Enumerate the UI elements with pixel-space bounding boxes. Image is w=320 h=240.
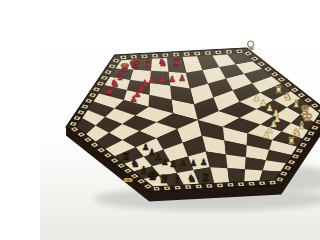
- red-pawn: ♟: [148, 75, 156, 85]
- white-rook: ♜: [274, 84, 283, 95]
- white-pawn: ♟: [262, 130, 270, 140]
- red-bishop: ♝: [144, 57, 154, 70]
- red-knight: ♞: [158, 56, 167, 68]
- red-pawn: ♟: [130, 94, 138, 104]
- black-pawn: ♟: [169, 159, 177, 169]
- red-rook: ♜: [105, 86, 114, 97]
- black-king: ♚: [147, 168, 159, 183]
- black-knight: ♞: [187, 172, 196, 184]
- three-player-chess-set-photo: ♜♞♝♚♛♝♟♟♟♟♟♞♟♜♜♟♞♟♟♟♝♟♛♟♚♟♟♝♟♞♟♜♟♟♟♜♟♟♟♟…: [40, 16, 320, 240]
- white-rook: ♜: [287, 135, 296, 146]
- black-pawn: ♟: [189, 158, 197, 168]
- black-queen: ♛: [158, 172, 169, 186]
- black-pawn: ♟: [200, 157, 208, 167]
- three-player-chess-board: ♜♞♝♚♛♝♟♟♟♟♟♞♟♜♜♟♞♟♟♟♝♟♛♟♚♟♟♝♟♞♟♜♟♟♟♜♟♟♟♟…: [40, 16, 320, 240]
- red-pawn: ♟: [158, 74, 166, 84]
- red-pawn: ♟: [168, 74, 176, 84]
- black-bishop: ♝: [173, 173, 183, 186]
- black-rook: ♜: [122, 151, 131, 162]
- red-rook: ♜: [172, 57, 181, 68]
- black-rook: ♜: [201, 172, 210, 183]
- black-pawn: ♟: [161, 157, 169, 167]
- red-king: ♚: [129, 56, 141, 71]
- hinge-ring: [248, 41, 254, 47]
- black-pawn: ♟: [179, 158, 187, 168]
- red-pawn: ♟: [178, 73, 186, 83]
- hinge-ring-base: [249, 47, 254, 50]
